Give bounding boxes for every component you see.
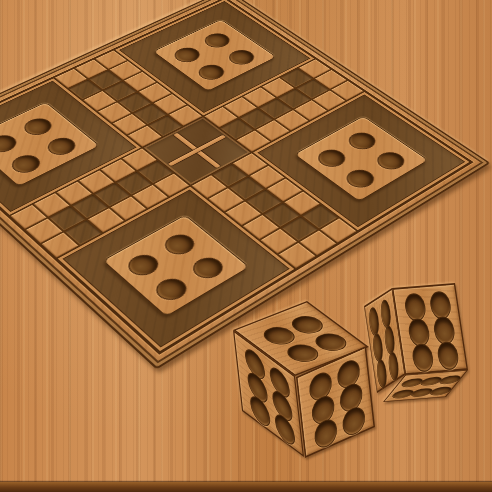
die-pip [407,318,431,347]
die-pip [403,293,427,322]
piece-slot-hole[interactable] [313,146,351,170]
scene [0,0,492,492]
home-plate-top [153,19,277,91]
piece-slot-hole[interactable] [372,148,410,172]
piece-slot-hole[interactable] [0,131,22,155]
piece-slot-hole[interactable] [19,115,56,138]
home-plate-right [294,116,429,202]
piece-slot-hole[interactable] [123,250,165,279]
piece-slot-hole[interactable] [343,129,380,152]
piece-slot-hole[interactable] [224,47,259,67]
die-pip [387,349,400,383]
die-pip [436,341,460,370]
piece-slot-hole[interactable] [170,44,205,64]
table-edge [0,482,492,492]
die-2-front-face [392,283,468,375]
die-pip [432,316,456,345]
piece-slot-hole[interactable] [187,253,229,282]
home-plate-bottom [102,215,249,317]
center-cross-line [168,135,226,166]
die-pip [411,343,435,372]
piece-slot-hole[interactable] [159,230,200,258]
piece-slot-hole[interactable] [194,61,229,82]
die-pip [375,357,388,391]
home-plate-left [0,102,100,187]
piece-slot-hole[interactable] [150,274,192,304]
piece-slot-hole[interactable] [341,166,380,191]
die-pip [428,291,452,320]
piece-slot-hole[interactable] [200,30,234,50]
piece-slot-hole[interactable] [7,151,46,176]
piece-slot-hole[interactable] [43,134,81,158]
